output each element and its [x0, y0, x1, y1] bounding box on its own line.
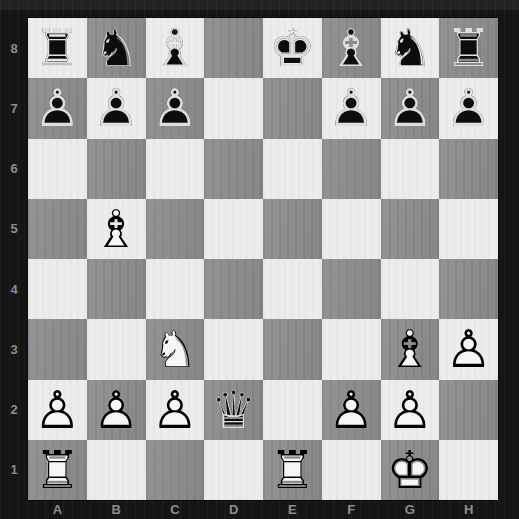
- black-bishop-outline: ♗: [322, 18, 381, 78]
- white-pawn-icon: ♟♙: [87, 380, 146, 440]
- square-c4[interactable]: [146, 259, 205, 319]
- square-e5[interactable]: [263, 199, 322, 259]
- black-pawn-icon: ♟♙: [28, 78, 87, 138]
- black-pawn-outline: ♙: [439, 78, 498, 138]
- black-queen-outline: ♕: [204, 380, 263, 440]
- square-a1[interactable]: ♜♖: [28, 440, 87, 500]
- square-b7[interactable]: ♟♙: [87, 78, 146, 138]
- black-pawn-icon: ♟♙: [146, 78, 205, 138]
- white-rook-icon: ♜♖: [28, 440, 87, 500]
- black-knight-outline: ♘: [381, 18, 440, 78]
- file-label-e: E: [263, 500, 322, 519]
- square-f8[interactable]: ♝♗: [322, 18, 381, 78]
- white-knight-outline: ♘: [146, 319, 205, 379]
- file-label-g: G: [381, 500, 440, 519]
- square-d1[interactable]: [204, 440, 263, 500]
- white-pawn-outline: ♙: [87, 380, 146, 440]
- square-b4[interactable]: [87, 259, 146, 319]
- square-b1[interactable]: [87, 440, 146, 500]
- white-rook-outline: ♖: [263, 440, 322, 500]
- rank-label-4: 4: [0, 259, 28, 319]
- rank-label-2: 2: [0, 380, 28, 440]
- square-c1[interactable]: [146, 440, 205, 500]
- square-e2[interactable]: [263, 380, 322, 440]
- white-bishop-icon: ♝♗: [87, 199, 146, 259]
- white-king-icon: ♚♔: [381, 440, 440, 500]
- square-a4[interactable]: [28, 259, 87, 319]
- white-king-outline: ♔: [381, 440, 440, 500]
- square-e1[interactable]: ♜♖: [263, 440, 322, 500]
- file-label-c: C: [146, 500, 205, 519]
- square-g7[interactable]: ♟♙: [381, 78, 440, 138]
- black-pawn-outline: ♙: [28, 78, 87, 138]
- rank-label-7: 7: [0, 78, 28, 138]
- black-king-outline: ♔: [263, 18, 322, 78]
- square-d5[interactable]: [204, 199, 263, 259]
- black-rook-outline: ♖: [439, 18, 498, 78]
- black-knight-icon: ♞♘: [381, 18, 440, 78]
- rank-label-8: 8: [0, 18, 28, 78]
- square-a7[interactable]: ♟♙: [28, 78, 87, 138]
- black-rook-icon: ♜♖: [439, 18, 498, 78]
- square-e6[interactable]: [263, 139, 322, 199]
- file-label-a: A: [28, 500, 87, 519]
- square-h8[interactable]: ♜♖: [439, 18, 498, 78]
- black-bishop-icon: ♝♗: [146, 18, 205, 78]
- square-g8[interactable]: ♞♘: [381, 18, 440, 78]
- square-h7[interactable]: ♟♙: [439, 78, 498, 138]
- square-d6[interactable]: [204, 139, 263, 199]
- white-pawn-icon: ♟♙: [322, 380, 381, 440]
- square-c6[interactable]: [146, 139, 205, 199]
- square-d7[interactable]: [204, 78, 263, 138]
- square-e3[interactable]: [263, 319, 322, 379]
- square-c2[interactable]: ♟♙: [146, 380, 205, 440]
- square-f4[interactable]: [322, 259, 381, 319]
- square-d4[interactable]: [204, 259, 263, 319]
- board-frame: 87654321 ♜♖♞♘♝♗♚♔♝♗♞♘♜♖♟♙♟♙♟♙♟♙♟♙♟♙♝♗♞♘♝…: [0, 0, 519, 519]
- file-label-d: D: [204, 500, 263, 519]
- black-pawn-icon: ♟♙: [439, 78, 498, 138]
- square-a3[interactable]: [28, 319, 87, 379]
- white-bishop-outline: ♗: [381, 319, 440, 379]
- square-a5[interactable]: [28, 199, 87, 259]
- square-b8[interactable]: ♞♘: [87, 18, 146, 78]
- square-f7[interactable]: ♟♙: [322, 78, 381, 138]
- square-g1[interactable]: ♚♔: [381, 440, 440, 500]
- square-d8[interactable]: [204, 18, 263, 78]
- square-f6[interactable]: [322, 139, 381, 199]
- black-pawn-outline: ♙: [322, 78, 381, 138]
- square-c8[interactable]: ♝♗: [146, 18, 205, 78]
- square-a2[interactable]: ♟♙: [28, 380, 87, 440]
- file-label-f: F: [322, 500, 381, 519]
- white-pawn-icon: ♟♙: [146, 380, 205, 440]
- rank-label-3: 3: [0, 319, 28, 379]
- file-label-b: B: [87, 500, 146, 519]
- white-pawn-icon: ♟♙: [28, 380, 87, 440]
- white-pawn-outline: ♙: [381, 380, 440, 440]
- black-queen-icon: ♛♕: [204, 380, 263, 440]
- square-a8[interactable]: ♜♖: [28, 18, 87, 78]
- black-pawn-icon: ♟♙: [87, 78, 146, 138]
- white-rook-outline: ♖: [28, 440, 87, 500]
- black-knight-icon: ♞♘: [87, 18, 146, 78]
- chess-board: ♜♖♞♘♝♗♚♔♝♗♞♘♜♖♟♙♟♙♟♙♟♙♟♙♟♙♝♗♞♘♝♗♟♙♟♙♟♙♟♙…: [28, 18, 498, 500]
- black-knight-outline: ♘: [87, 18, 146, 78]
- black-pawn-icon: ♟♙: [381, 78, 440, 138]
- square-b5[interactable]: ♝♗: [87, 199, 146, 259]
- black-pawn-outline: ♙: [381, 78, 440, 138]
- square-e8[interactable]: ♚♔: [263, 18, 322, 78]
- square-f3[interactable]: [322, 319, 381, 379]
- black-rook-icon: ♜♖: [28, 18, 87, 78]
- file-labels: ABCDEFGH: [28, 500, 498, 519]
- square-f2[interactable]: ♟♙: [322, 380, 381, 440]
- white-bishop-icon: ♝♗: [381, 319, 440, 379]
- white-pawn-outline: ♙: [439, 319, 498, 379]
- white-pawn-outline: ♙: [322, 380, 381, 440]
- square-h3[interactable]: ♟♙: [439, 319, 498, 379]
- square-c5[interactable]: [146, 199, 205, 259]
- square-b6[interactable]: [87, 139, 146, 199]
- square-h1[interactable]: [439, 440, 498, 500]
- square-g6[interactable]: [381, 139, 440, 199]
- file-label-h: H: [439, 500, 498, 519]
- square-b3[interactable]: [87, 319, 146, 379]
- square-a6[interactable]: [28, 139, 87, 199]
- square-g4[interactable]: [381, 259, 440, 319]
- square-h5[interactable]: [439, 199, 498, 259]
- black-pawn-outline: ♙: [87, 78, 146, 138]
- white-knight-icon: ♞♘: [146, 319, 205, 379]
- white-pawn-icon: ♟♙: [439, 319, 498, 379]
- square-d3[interactable]: [204, 319, 263, 379]
- black-bishop-outline: ♗: [146, 18, 205, 78]
- square-g3[interactable]: ♝♗: [381, 319, 440, 379]
- black-bishop-icon: ♝♗: [322, 18, 381, 78]
- white-pawn-outline: ♙: [146, 380, 205, 440]
- square-e4[interactable]: [263, 259, 322, 319]
- black-king-icon: ♚♔: [263, 18, 322, 78]
- rank-label-1: 1: [0, 440, 28, 500]
- white-pawn-outline: ♙: [28, 380, 87, 440]
- square-b2[interactable]: ♟♙: [87, 380, 146, 440]
- black-pawn-outline: ♙: [146, 78, 205, 138]
- square-h2[interactable]: [439, 380, 498, 440]
- rank-label-5: 5: [0, 199, 28, 259]
- rank-label-6: 6: [0, 139, 28, 199]
- white-pawn-icon: ♟♙: [381, 380, 440, 440]
- square-h4[interactable]: [439, 259, 498, 319]
- black-pawn-icon: ♟♙: [322, 78, 381, 138]
- white-rook-icon: ♜♖: [263, 440, 322, 500]
- square-c7[interactable]: ♟♙: [146, 78, 205, 138]
- square-f5[interactable]: [322, 199, 381, 259]
- square-d2[interactable]: ♛♕: [204, 380, 263, 440]
- square-h6[interactable]: [439, 139, 498, 199]
- square-c3[interactable]: ♞♘: [146, 319, 205, 379]
- square-f1[interactable]: [322, 440, 381, 500]
- white-bishop-outline: ♗: [87, 199, 146, 259]
- black-rook-outline: ♖: [28, 18, 87, 78]
- square-g5[interactable]: [381, 199, 440, 259]
- square-e7[interactable]: [263, 78, 322, 138]
- square-g2[interactable]: ♟♙: [381, 380, 440, 440]
- rank-labels: 87654321: [0, 18, 28, 500]
